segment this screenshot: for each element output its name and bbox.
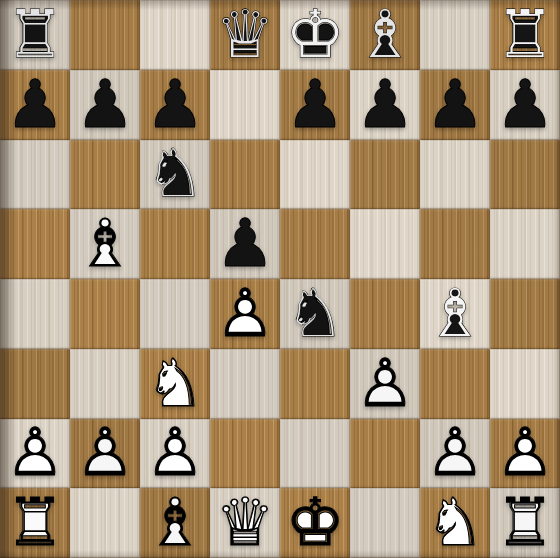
piece-glyph-outline: ♗ bbox=[420, 279, 490, 349]
piece-black-pawn[interactable]: ♟ bbox=[0, 70, 70, 140]
square-f6[interactable] bbox=[350, 140, 420, 210]
piece-black-queen[interactable]: ♛♕ bbox=[210, 0, 280, 70]
piece-glyph-outline: ♗ bbox=[70, 209, 140, 279]
piece-black-knight[interactable]: ♞♘ bbox=[140, 140, 210, 210]
square-h8[interactable]: ♜♖ bbox=[490, 0, 560, 70]
square-f2[interactable] bbox=[350, 419, 420, 489]
piece-glyph-fill: ♟ bbox=[350, 70, 420, 140]
piece-white-pawn[interactable]: ♟♙ bbox=[210, 279, 280, 349]
piece-glyph-outline: ♘ bbox=[140, 349, 210, 419]
square-a6[interactable] bbox=[0, 140, 70, 210]
square-d6[interactable] bbox=[210, 140, 280, 210]
piece-glyph-outline: ♙ bbox=[420, 419, 490, 489]
square-h4[interactable] bbox=[490, 279, 560, 349]
piece-black-rook[interactable]: ♜♖ bbox=[490, 0, 560, 70]
square-b5[interactable]: ♝♗ bbox=[70, 209, 140, 279]
square-a3[interactable] bbox=[0, 349, 70, 419]
piece-black-rook[interactable]: ♜♖ bbox=[0, 0, 70, 70]
square-c5[interactable] bbox=[140, 209, 210, 279]
square-a4[interactable] bbox=[0, 279, 70, 349]
piece-glyph-outline: ♖ bbox=[0, 0, 70, 70]
square-c4[interactable] bbox=[140, 279, 210, 349]
square-a2[interactable]: ♟♙ bbox=[0, 419, 70, 489]
piece-glyph-outline: ♘ bbox=[420, 488, 490, 558]
square-b2[interactable]: ♟♙ bbox=[70, 419, 140, 489]
square-b4[interactable] bbox=[70, 279, 140, 349]
piece-black-pawn[interactable]: ♟ bbox=[490, 70, 560, 140]
chess-board: ♜♖♛♕♚♔♝♗♜♖♟♟♟♟♟♟♟♞♘♝♗♟♟♙♞♘♝♗♞♘♟♙♟♙♟♙♟♙♟♙… bbox=[0, 0, 560, 558]
square-d8[interactable]: ♛♕ bbox=[210, 0, 280, 70]
square-c7[interactable]: ♟ bbox=[140, 70, 210, 140]
square-h3[interactable] bbox=[490, 349, 560, 419]
square-c3[interactable]: ♞♘ bbox=[140, 349, 210, 419]
piece-glyph-fill: ♟ bbox=[490, 70, 560, 140]
square-e7[interactable]: ♟ bbox=[280, 70, 350, 140]
square-a1[interactable]: ♜♖ bbox=[0, 488, 70, 558]
square-f1[interactable] bbox=[350, 488, 420, 558]
square-g3[interactable] bbox=[420, 349, 490, 419]
square-f8[interactable]: ♝♗ bbox=[350, 0, 420, 70]
square-d1[interactable]: ♛♕ bbox=[210, 488, 280, 558]
piece-white-pawn[interactable]: ♟♙ bbox=[0, 419, 70, 489]
piece-black-bishop[interactable]: ♝♗ bbox=[350, 0, 420, 70]
piece-white-pawn[interactable]: ♟♙ bbox=[140, 419, 210, 489]
piece-white-bishop[interactable]: ♝♗ bbox=[70, 209, 140, 279]
square-h7[interactable]: ♟ bbox=[490, 70, 560, 140]
piece-black-pawn[interactable]: ♟ bbox=[420, 70, 490, 140]
square-f4[interactable] bbox=[350, 279, 420, 349]
piece-glyph-outline: ♗ bbox=[140, 488, 210, 558]
piece-glyph-outline: ♖ bbox=[0, 488, 70, 558]
square-e5[interactable] bbox=[280, 209, 350, 279]
piece-glyph-outline: ♔ bbox=[280, 488, 350, 558]
square-e3[interactable] bbox=[280, 349, 350, 419]
square-h5[interactable] bbox=[490, 209, 560, 279]
piece-glyph-outline: ♙ bbox=[140, 419, 210, 489]
piece-glyph-fill: ♟ bbox=[210, 209, 280, 279]
square-d4[interactable]: ♟♙ bbox=[210, 279, 280, 349]
square-c1[interactable]: ♝♗ bbox=[140, 488, 210, 558]
square-e4[interactable]: ♞♘ bbox=[280, 279, 350, 349]
piece-glyph-fill: ♟ bbox=[70, 70, 140, 140]
piece-glyph-outline: ♖ bbox=[490, 0, 560, 70]
square-h2[interactable]: ♟♙ bbox=[490, 419, 560, 489]
square-h1[interactable]: ♜♖ bbox=[490, 488, 560, 558]
square-g2[interactable]: ♟♙ bbox=[420, 419, 490, 489]
piece-glyph-outline: ♗ bbox=[350, 0, 420, 70]
square-h6[interactable] bbox=[490, 140, 560, 210]
square-f3[interactable]: ♟♙ bbox=[350, 349, 420, 419]
piece-white-rook[interactable]: ♜♖ bbox=[0, 488, 70, 558]
piece-black-pawn[interactable]: ♟ bbox=[70, 70, 140, 140]
piece-white-queen[interactable]: ♛♕ bbox=[210, 488, 280, 558]
square-a5[interactable] bbox=[0, 209, 70, 279]
square-d5[interactable]: ♟ bbox=[210, 209, 280, 279]
square-g7[interactable]: ♟ bbox=[420, 70, 490, 140]
piece-glyph-outline: ♙ bbox=[490, 419, 560, 489]
piece-glyph-outline: ♘ bbox=[140, 140, 210, 210]
piece-glyph-outline: ♙ bbox=[70, 419, 140, 489]
piece-black-king[interactable]: ♚♔ bbox=[280, 0, 350, 70]
piece-white-knight[interactable]: ♞♘ bbox=[140, 349, 210, 419]
piece-white-pawn[interactable]: ♟♙ bbox=[490, 419, 560, 489]
piece-white-pawn[interactable]: ♟♙ bbox=[350, 349, 420, 419]
piece-white-king[interactable]: ♚♔ bbox=[280, 488, 350, 558]
piece-glyph-fill: ♟ bbox=[420, 70, 490, 140]
square-b1[interactable] bbox=[70, 488, 140, 558]
piece-black-bishop[interactable]: ♝♗ bbox=[420, 279, 490, 349]
square-d3[interactable] bbox=[210, 349, 280, 419]
piece-black-pawn[interactable]: ♟ bbox=[350, 70, 420, 140]
square-b7[interactable]: ♟ bbox=[70, 70, 140, 140]
square-f7[interactable]: ♟ bbox=[350, 70, 420, 140]
square-e6[interactable] bbox=[280, 140, 350, 210]
piece-glyph-outline: ♖ bbox=[490, 488, 560, 558]
piece-black-pawn[interactable]: ♟ bbox=[210, 209, 280, 279]
square-b3[interactable] bbox=[70, 349, 140, 419]
piece-white-bishop[interactable]: ♝♗ bbox=[140, 488, 210, 558]
square-g6[interactable] bbox=[420, 140, 490, 210]
piece-glyph-fill: ♟ bbox=[0, 70, 70, 140]
square-d7[interactable] bbox=[210, 70, 280, 140]
square-c6[interactable]: ♞♘ bbox=[140, 140, 210, 210]
piece-glyph-fill: ♟ bbox=[140, 70, 210, 140]
square-b6[interactable] bbox=[70, 140, 140, 210]
square-g8[interactable] bbox=[420, 0, 490, 70]
piece-black-pawn[interactable]: ♟ bbox=[140, 70, 210, 140]
square-b8[interactable] bbox=[70, 0, 140, 70]
square-e2[interactable] bbox=[280, 419, 350, 489]
square-c8[interactable] bbox=[140, 0, 210, 70]
piece-white-pawn[interactable]: ♟♙ bbox=[70, 419, 140, 489]
piece-glyph-outline: ♙ bbox=[210, 279, 280, 349]
square-e8[interactable]: ♚♔ bbox=[280, 0, 350, 70]
piece-glyph-outline: ♘ bbox=[280, 279, 350, 349]
square-d2[interactable] bbox=[210, 419, 280, 489]
piece-glyph-outline: ♕ bbox=[210, 488, 280, 558]
piece-black-pawn[interactable]: ♟ bbox=[280, 70, 350, 140]
square-g1[interactable]: ♞♘ bbox=[420, 488, 490, 558]
piece-glyph-outline: ♙ bbox=[350, 349, 420, 419]
piece-white-pawn[interactable]: ♟♙ bbox=[420, 419, 490, 489]
square-f5[interactable] bbox=[350, 209, 420, 279]
square-c2[interactable]: ♟♙ bbox=[140, 419, 210, 489]
square-g4[interactable]: ♝♗ bbox=[420, 279, 490, 349]
piece-white-rook[interactable]: ♜♖ bbox=[490, 488, 560, 558]
piece-glyph-fill: ♟ bbox=[280, 70, 350, 140]
piece-white-knight[interactable]: ♞♘ bbox=[420, 488, 490, 558]
piece-glyph-outline: ♔ bbox=[280, 0, 350, 70]
piece-glyph-outline: ♙ bbox=[0, 419, 70, 489]
piece-glyph-outline: ♕ bbox=[210, 0, 280, 70]
piece-black-knight[interactable]: ♞♘ bbox=[280, 279, 350, 349]
square-a7[interactable]: ♟ bbox=[0, 70, 70, 140]
square-g5[interactable] bbox=[420, 209, 490, 279]
square-e1[interactable]: ♚♔ bbox=[280, 488, 350, 558]
square-a8[interactable]: ♜♖ bbox=[0, 0, 70, 70]
